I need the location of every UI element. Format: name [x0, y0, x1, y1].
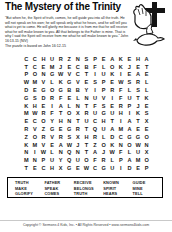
- grid-cell: X: [56, 164, 65, 172]
- grid-cell: C: [31, 63, 40, 71]
- grid-cell: A: [56, 141, 65, 149]
- word-list-column: GUIDEMINETELL: [133, 180, 162, 197]
- grid-cell: C: [91, 164, 100, 172]
- grid-cell: G: [99, 164, 108, 172]
- grid-cell: R: [39, 133, 48, 141]
- grid-cell: X: [74, 133, 83, 141]
- grid-cell: I: [48, 102, 57, 110]
- grid-cell: G: [56, 86, 65, 94]
- word-list-box: TRUTHMAKEGLORIFYFATHERSPEAKCOMESRECEIVEB…: [7, 177, 163, 198]
- grid-cell: W: [117, 78, 126, 86]
- grid-cell: O: [31, 71, 40, 79]
- grid-cell: J: [56, 63, 65, 71]
- grid-cell: M: [31, 141, 40, 149]
- page-title: The Mystery of the Trinity: [5, 1, 121, 12]
- grid-cell: P: [125, 102, 134, 110]
- grid-cell: P: [99, 86, 108, 94]
- grid-cell: L: [48, 149, 57, 157]
- grid-cell: S: [82, 55, 91, 63]
- grid-cell: H: [82, 133, 91, 141]
- grid-cell: F: [91, 63, 100, 71]
- grid-cell: S: [125, 78, 134, 86]
- grid-cell: G: [22, 94, 31, 102]
- grid-cell: T: [142, 63, 151, 71]
- grid-cell: E: [74, 164, 83, 172]
- grid-cell: E: [82, 78, 91, 86]
- grid-cell: L: [48, 78, 57, 86]
- grid-cell: A: [91, 149, 100, 157]
- grid-cell: V: [39, 78, 48, 86]
- grid-cell: F: [117, 86, 126, 94]
- grid-cell: M: [48, 63, 57, 71]
- grid-cell: P: [99, 78, 108, 86]
- grid-cell: D: [108, 133, 117, 141]
- grid-cell: C: [22, 55, 31, 63]
- grid-cell: O: [142, 156, 151, 164]
- grid-cell: E: [56, 125, 65, 133]
- grid-cell: V: [31, 125, 40, 133]
- grid-cell: E: [22, 117, 31, 125]
- grid-cell: V: [48, 133, 57, 141]
- grid-cell: I: [108, 94, 117, 102]
- grid-cell: L: [108, 156, 117, 164]
- grid-cell: A: [108, 55, 117, 63]
- grid-cell: L: [65, 102, 74, 110]
- word-search-grid: CCHURZNSPEAKEHATCEMJECBFLOKJETPONGWVCTIU…: [22, 55, 151, 172]
- grid-cell: M: [31, 78, 40, 86]
- grid-cell: C: [39, 164, 48, 172]
- grid-cell: G: [65, 125, 74, 133]
- grid-cell: B: [65, 86, 74, 94]
- grid-cell: Z: [39, 125, 48, 133]
- grid-cell: F: [48, 110, 57, 118]
- grid-cell: P: [117, 156, 126, 164]
- grid-cell: R: [117, 102, 126, 110]
- grid-cell: U: [108, 110, 117, 118]
- worksheet-page: The Mystery of the Trinity "But when he,…: [0, 0, 172, 232]
- grid-cell: Y: [48, 117, 57, 125]
- grid-cell: R: [39, 110, 48, 118]
- grid-cell: T: [82, 71, 91, 79]
- grid-cell: Q: [65, 149, 74, 157]
- grid-cell: U: [74, 156, 83, 164]
- puzzle-basis-note: The puzzle is based on John 16:12-15: [5, 44, 66, 48]
- grid-cell: M: [117, 125, 126, 133]
- grid-cell: N: [142, 141, 151, 149]
- grid-cell: P: [142, 164, 151, 172]
- word-list-item: TRUTH: [74, 191, 103, 197]
- grid-cell: R: [82, 110, 91, 118]
- grid-cell: F: [56, 94, 65, 102]
- grid-cell: K: [108, 71, 117, 79]
- grid-cell: P: [22, 71, 31, 79]
- grid-cell: N: [65, 117, 74, 125]
- grid-cell: E: [48, 141, 57, 149]
- grid-cell: C: [31, 55, 40, 63]
- grid-cell: L: [99, 133, 108, 141]
- verse-text: "But when he, the Spirit of truth, comes…: [5, 16, 129, 44]
- grid-cell: T: [82, 102, 91, 110]
- grid-cell: G: [39, 86, 48, 94]
- word-list-column: TRUTHMAKEGLORIFY: [15, 180, 44, 197]
- grid-cell: N: [56, 149, 65, 157]
- grid-cell: C: [74, 71, 83, 79]
- grid-cell: U: [82, 117, 91, 125]
- grid-cell: R: [48, 94, 57, 102]
- grid-cell: R: [22, 125, 31, 133]
- grid-cell: N: [22, 149, 31, 157]
- grid-cell: A: [125, 117, 134, 125]
- grid-cell: H: [99, 117, 108, 125]
- grid-cell: R: [134, 78, 143, 86]
- grid-cell: H: [39, 55, 48, 63]
- grid-cell: H: [134, 55, 143, 63]
- grid-cell: N: [117, 141, 126, 149]
- grid-cell: E: [125, 55, 134, 63]
- grid-cell: T: [56, 110, 65, 118]
- grid-cell: K: [134, 110, 143, 118]
- grid-cell: J: [134, 102, 143, 110]
- grid-cell: G: [48, 71, 57, 79]
- grid-cell: K: [22, 102, 31, 110]
- grid-cell: C: [91, 117, 100, 125]
- grid-cell: G: [65, 78, 74, 86]
- grid-cell: R: [108, 86, 117, 94]
- grid-cell: H: [117, 110, 126, 118]
- grid-cell: E: [99, 55, 108, 63]
- grid-cell: E: [108, 78, 117, 86]
- grid-cell: T: [108, 117, 117, 125]
- grid-cell: M: [22, 156, 31, 164]
- grid-cell: W: [39, 149, 48, 157]
- grid-cell: L: [74, 94, 83, 102]
- grid-cell: D: [22, 86, 31, 94]
- grid-cell: V: [74, 78, 83, 86]
- grid-cell: M: [134, 156, 143, 164]
- grid-cell: U: [91, 94, 100, 102]
- grid-cell: L: [142, 86, 151, 94]
- grid-cell: C: [117, 133, 126, 141]
- grid-cell: V: [65, 71, 74, 79]
- grid-cell: W: [31, 110, 40, 118]
- grid-cell: E: [31, 164, 40, 172]
- grid-cell: B: [74, 86, 83, 94]
- grid-cell: W: [65, 141, 74, 149]
- grid-cell: S: [134, 86, 143, 94]
- grid-cell: I: [117, 117, 126, 125]
- word-list-item: HEARS: [103, 191, 132, 197]
- trinity-hand-cross-dove-icon: [127, 0, 171, 52]
- grid-cell: N: [31, 156, 40, 164]
- grid-cell: G: [65, 164, 74, 172]
- grid-cell: Z: [91, 141, 100, 149]
- grid-cell: A: [108, 125, 117, 133]
- grid-cell: T: [82, 149, 91, 157]
- grid-cell: W: [108, 149, 117, 157]
- grid-cell: J: [99, 149, 108, 157]
- grid-cell: X: [142, 149, 151, 157]
- grid-cell: N: [39, 71, 48, 79]
- grid-cell: U: [108, 164, 117, 172]
- grid-cell: Y: [56, 156, 65, 164]
- grid-cell: U: [48, 55, 57, 63]
- grid-cell: I: [117, 71, 126, 79]
- word-list-column: RECEIVEBELONGSTRUTH: [74, 180, 103, 197]
- grid-cell: E: [65, 63, 74, 71]
- grid-cell: K: [108, 141, 117, 149]
- grid-cell: K: [22, 141, 31, 149]
- copyright-text: Copyright © Sermons 4 Kids, Inc. • All R…: [0, 223, 172, 227]
- grid-cell: L: [125, 86, 134, 94]
- grid-cell: I: [125, 110, 134, 118]
- word-list-column: KNOWNSPIRITHEARS: [103, 180, 132, 197]
- grid-cell: E: [134, 63, 143, 71]
- grid-cell: S: [31, 94, 40, 102]
- grid-cell: O: [99, 141, 108, 149]
- grid-cell: O: [39, 117, 48, 125]
- grid-cell: U: [134, 149, 143, 157]
- grid-cell: E: [125, 71, 134, 79]
- grid-cell: J: [74, 141, 83, 149]
- grid-cell: N: [82, 94, 91, 102]
- grid-cell: T: [82, 125, 91, 133]
- grid-cell: Z: [65, 55, 74, 63]
- grid-cell: C: [31, 117, 40, 125]
- grid-cell: E: [134, 164, 143, 172]
- grid-cell: Q: [91, 125, 100, 133]
- grid-cell: X: [142, 117, 151, 125]
- grid-cell: I: [91, 86, 100, 94]
- word-list-item: TELL: [133, 191, 162, 197]
- grid-cell: H: [48, 164, 57, 172]
- grid-cell: W: [134, 141, 143, 149]
- word-list-item: GLORIFY: [15, 191, 44, 197]
- grid-cell: Q: [65, 156, 74, 164]
- grid-cell: T: [82, 141, 91, 149]
- grid-cell: Z: [22, 133, 31, 141]
- grid-cell: G: [134, 133, 143, 141]
- grid-cell: R: [56, 133, 65, 141]
- trinity-artwork: [127, 0, 171, 52]
- grid-cell: E: [65, 94, 74, 102]
- grid-cell: K: [117, 55, 126, 63]
- grid-cell: I: [91, 71, 100, 79]
- grid-cell: V: [99, 94, 108, 102]
- grid-cell: D: [125, 164, 134, 172]
- grid-cell: E: [31, 86, 40, 94]
- grid-cell: E: [108, 102, 117, 110]
- grid-cell: D: [39, 94, 48, 102]
- grid-cell: F: [91, 102, 100, 110]
- grid-cell: T: [74, 117, 83, 125]
- grid-cell: J: [125, 63, 134, 71]
- grid-cell: R: [91, 133, 100, 141]
- grid-cell: O: [31, 133, 40, 141]
- grid-cell: A: [134, 71, 143, 79]
- grid-cell: O: [48, 86, 57, 94]
- grid-cell: W: [22, 78, 31, 86]
- grid-cell: P: [91, 55, 100, 63]
- grid-cell: E: [134, 125, 143, 133]
- grid-cell: E: [39, 102, 48, 110]
- grid-cell: V: [39, 141, 48, 149]
- grid-cell: M: [22, 110, 31, 118]
- grid-cell: T: [134, 117, 143, 125]
- grid-cell: O: [108, 63, 117, 71]
- grid-cell: F: [117, 94, 126, 102]
- grid-cell: F: [117, 149, 126, 157]
- grid-cell: E: [142, 102, 151, 110]
- grid-cell: R: [99, 156, 108, 164]
- grid-cell: S: [99, 102, 108, 110]
- grid-cell: R: [74, 125, 83, 133]
- grid-cell: X: [74, 110, 83, 118]
- grid-cell: U: [48, 156, 57, 164]
- grid-cell: A: [142, 55, 151, 63]
- grid-cell: K: [142, 94, 151, 102]
- grid-cell: Y: [82, 86, 91, 94]
- word-list-column: FATHERSPEAKCOMES: [44, 180, 73, 197]
- grid-cell: G: [48, 125, 57, 133]
- grid-cell: O: [82, 156, 91, 164]
- grid-cell: A: [56, 102, 65, 110]
- grid-cell: K: [56, 78, 65, 86]
- grid-cell: F: [91, 156, 100, 164]
- grid-cell: O: [65, 110, 74, 118]
- grid-cell: W: [56, 71, 65, 79]
- grid-cell: L: [99, 63, 108, 71]
- grid-cell: G: [125, 133, 134, 141]
- footer-divider: [0, 220, 172, 221]
- grid-cell: E: [39, 63, 48, 71]
- grid-cell: S: [65, 133, 74, 141]
- grid-cell: N: [74, 149, 83, 157]
- word-list-item: COMES: [44, 191, 73, 197]
- grid-cell: T: [22, 63, 31, 71]
- grid-cell: S: [142, 110, 151, 118]
- grid-cell: U: [91, 110, 100, 118]
- grid-cell: H: [56, 117, 65, 125]
- grid-cell: E: [142, 125, 151, 133]
- grid-cell: W: [82, 164, 91, 172]
- grid-cell: S: [91, 78, 100, 86]
- grid-cell: H: [31, 102, 40, 110]
- grid-cell: U: [99, 71, 108, 79]
- grid-cell: G: [99, 110, 108, 118]
- grid-cell: R: [56, 55, 65, 63]
- grid-cell: L: [142, 78, 151, 86]
- grid-cell: I: [117, 164, 126, 172]
- grid-cell: A: [125, 156, 134, 164]
- grid-cell: N: [74, 102, 83, 110]
- grid-cell: O: [142, 133, 151, 141]
- grid-cell: U: [99, 125, 108, 133]
- grid-cell: L: [125, 149, 134, 157]
- grid-cell: C: [74, 63, 83, 71]
- grid-cell: N: [74, 55, 83, 63]
- grid-cell: P: [39, 156, 48, 164]
- grid-cell: E: [142, 71, 151, 79]
- grid-cell: B: [82, 63, 91, 71]
- grid-cell: U: [125, 94, 134, 102]
- grid-cell: T: [134, 94, 143, 102]
- grid-cell: I: [31, 149, 40, 157]
- grid-cell: A: [125, 125, 134, 133]
- grid-cell: K: [117, 63, 126, 71]
- grid-cell: T: [22, 164, 31, 172]
- grid-cell: O: [125, 141, 134, 149]
